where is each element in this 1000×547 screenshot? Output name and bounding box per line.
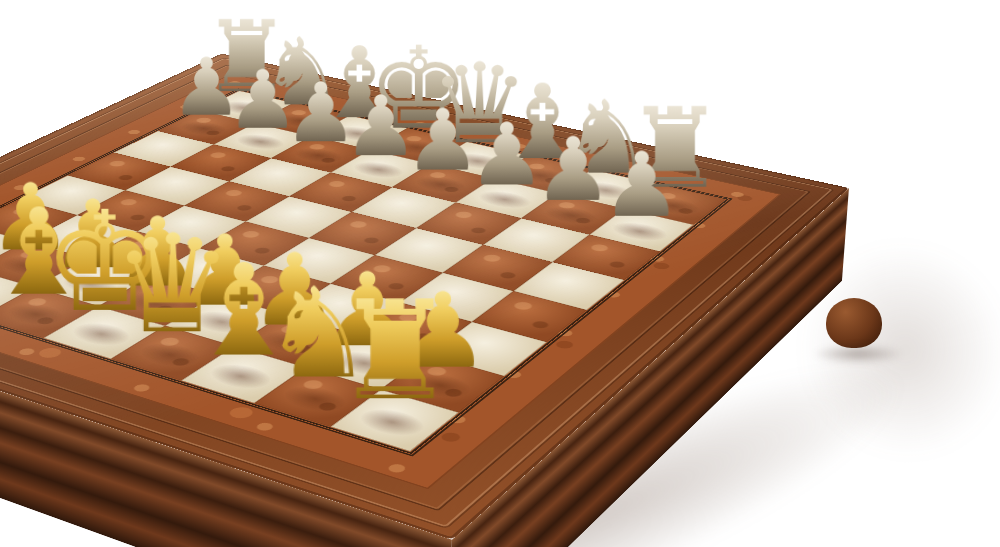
scene: ♜♞♝♚♛♝♞♜♟♟♟♟♟♟♟♟♟♟♟♟♟♟♟♟♜♞♝♚♛♝♞♜ bbox=[0, 0, 1000, 547]
piece-gold-rook-h1[interactable]: ♜ bbox=[306, 283, 485, 420]
stage: ♜♞♝♚♛♝♞♜♟♟♟♟♟♟♟♟♟♟♟♟♟♟♟♟♜♞♝♚♛♝♞♜ bbox=[0, 0, 1000, 547]
chessboard-case: ♜♞♝♚♛♝♞♜♟♟♟♟♟♟♟♟♟♟♟♟♟♟♟♟♜♞♝♚♛♝♞♜ bbox=[0, 54, 849, 540]
